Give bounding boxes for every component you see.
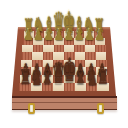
piece-gold-p-f7[interactable]: ♟ <box>74 27 84 42</box>
piece-gold-p-h7[interactable]: ♟ <box>95 27 105 42</box>
piece-gold-p-d7[interactable]: ♟ <box>54 27 64 42</box>
piece-copper-r-h1[interactable]: ♜ <box>97 67 109 87</box>
piece-gold-p-e7[interactable]: ♟ <box>64 27 74 42</box>
piece-gold-p-c7[interactable]: ♟ <box>44 27 54 42</box>
piece-gold-p-g7[interactable]: ♟ <box>84 27 94 42</box>
piece-gold-p-b7[interactable]: ♟ <box>34 27 44 42</box>
chess-set-photo: ♜♞♝♛♚♝♞♜♟♟♟♟♟♟♟♟♟♟♟♟♟♟♟♟♜♞♝♛♚♝♞♜ <box>0 0 128 128</box>
pieces-layer: ♜♞♝♛♚♝♞♜♟♟♟♟♟♟♟♟♟♟♟♟♟♟♟♟♜♞♝♛♚♝♞♜ <box>0 0 128 128</box>
piece-gold-p-a7[interactable]: ♟ <box>23 27 33 42</box>
